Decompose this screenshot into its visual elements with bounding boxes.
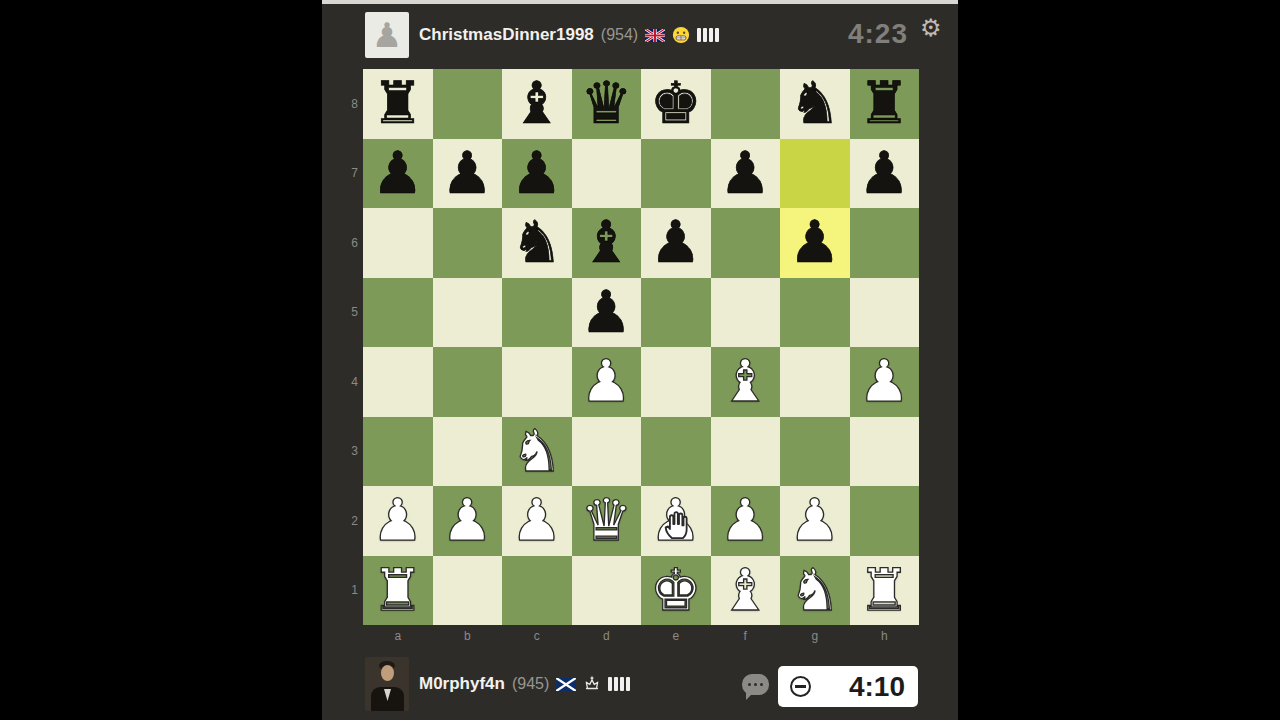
square-g6[interactable]: ♟ <box>780 208 850 278</box>
white-knight: ♞ <box>789 556 841 626</box>
app-screen: ♟ ChristmasDinner1998 (954) <box>0 0 1280 720</box>
square-f4[interactable]: ♝ <box>711 347 781 417</box>
black-king: ♚ <box>650 69 702 139</box>
square-h8[interactable]: ♜ <box>850 69 920 139</box>
black-knight: ♞ <box>789 69 841 139</box>
square-f6[interactable] <box>711 208 781 278</box>
white-knight: ♞ <box>511 417 563 487</box>
square-g4[interactable] <box>780 347 850 417</box>
square-d8[interactable]: ♛ <box>572 69 642 139</box>
square-g8[interactable]: ♞ <box>780 69 850 139</box>
square-e4[interactable] <box>641 347 711 417</box>
white-pawn: ♟ <box>580 347 632 417</box>
white-pawn: ♟ <box>511 486 563 556</box>
square-h7[interactable]: ♟ <box>850 139 920 209</box>
opponent-username: ChristmasDinner1998 <box>419 25 594 45</box>
square-d2[interactable]: ♛ <box>572 486 642 556</box>
file-label-h: h <box>850 629 920 643</box>
square-d6[interactable]: ♝ <box>572 208 642 278</box>
scotland-flag-icon <box>556 678 576 691</box>
player-avatar[interactable] <box>365 657 409 711</box>
black-pawn: ♟ <box>441 139 493 209</box>
square-e1[interactable]: ♚ <box>641 556 711 626</box>
uk-flag-icon <box>645 29 665 42</box>
square-b5[interactable] <box>433 278 503 348</box>
square-e2[interactable]: ♟ <box>641 486 711 556</box>
square-h6[interactable] <box>850 208 920 278</box>
square-d5[interactable]: ♟ <box>572 278 642 348</box>
square-h5[interactable] <box>850 278 920 348</box>
rank-label-7: 7 <box>340 139 358 209</box>
player-rating: (945) <box>512 675 549 693</box>
rank-label-4: 4 <box>340 347 358 417</box>
file-label-c: c <box>502 629 572 643</box>
square-g2[interactable]: ♟ <box>780 486 850 556</box>
rank-label-1: 1 <box>340 556 358 626</box>
black-pawn: ♟ <box>580 278 632 348</box>
square-g5[interactable] <box>780 278 850 348</box>
file-label-d: d <box>572 629 642 643</box>
player-username: M0rphyf4n <box>419 674 505 694</box>
white-pawn: ♟ <box>719 486 771 556</box>
player-info-bar[interactable]: M0rphyf4n (945) <box>365 657 630 711</box>
rank-label-6: 6 <box>340 208 358 278</box>
square-b4[interactable] <box>433 347 503 417</box>
rank-label-2: 2 <box>340 486 358 556</box>
square-e6[interactable]: ♟ <box>641 208 711 278</box>
square-f2[interactable]: ♟ <box>711 486 781 556</box>
white-pawn: ♟ <box>858 347 910 417</box>
square-h4[interactable]: ♟ <box>850 347 920 417</box>
square-b6[interactable] <box>433 208 503 278</box>
chess-board[interactable]: ♜♝♛♚♞♜♟♟♟♟♟♞♝♟♟♟♟♝♟♞♟♟♟♛♟♟♟♜♚♝♞♜ <box>363 69 919 625</box>
white-pawn: ♟ <box>789 486 841 556</box>
square-c2[interactable]: ♟ <box>502 486 572 556</box>
black-pawn: ♟ <box>719 139 771 209</box>
white-pawn: ♟ <box>372 486 424 556</box>
player-clock: 4:10 <box>778 666 918 707</box>
square-f8[interactable] <box>711 69 781 139</box>
square-b1[interactable] <box>433 556 503 626</box>
file-label-a: a <box>363 629 433 643</box>
opponent-connection-bars <box>697 28 719 42</box>
square-a8[interactable]: ♜ <box>363 69 433 139</box>
black-pawn: ♟ <box>511 139 563 209</box>
square-h2[interactable] <box>850 486 920 556</box>
game-panel: ♟ ChristmasDinner1998 (954) <box>322 0 958 720</box>
square-a6[interactable] <box>363 208 433 278</box>
square-b3[interactable] <box>433 417 503 487</box>
rank-label-3: 3 <box>340 417 358 487</box>
square-c4[interactable] <box>502 347 572 417</box>
square-h3[interactable] <box>850 417 920 487</box>
square-e3[interactable] <box>641 417 711 487</box>
rank-label-5: 5 <box>340 278 358 348</box>
black-pawn: ♟ <box>650 208 702 278</box>
file-label-f: f <box>711 629 781 643</box>
pawn-avatar-image: ♟ <box>372 18 402 52</box>
white-rook: ♜ <box>372 556 424 626</box>
square-g1[interactable]: ♞ <box>780 556 850 626</box>
black-pawn: ♟ <box>372 139 424 209</box>
top-edge-strip <box>322 0 958 4</box>
white-queen: ♛ <box>580 486 632 556</box>
square-a5[interactable] <box>363 278 433 348</box>
portrait-face <box>381 665 394 681</box>
black-bishop: ♝ <box>511 69 563 139</box>
grimacing-emoji-icon <box>672 26 690 44</box>
square-c1[interactable] <box>502 556 572 626</box>
square-f3[interactable] <box>711 417 781 487</box>
circle-minus-icon <box>790 676 811 697</box>
crown-badge-icon <box>583 675 601 693</box>
black-knight: ♞ <box>511 208 563 278</box>
opponent-info-bar[interactable]: ♟ ChristmasDinner1998 (954) <box>365 12 719 58</box>
square-g3[interactable] <box>780 417 850 487</box>
square-c7[interactable]: ♟ <box>502 139 572 209</box>
player-connection-bars <box>608 677 630 691</box>
black-bishop: ♝ <box>580 208 632 278</box>
square-c5[interactable] <box>502 278 572 348</box>
black-rook: ♜ <box>858 69 910 139</box>
square-c8[interactable]: ♝ <box>502 69 572 139</box>
square-d1[interactable] <box>572 556 642 626</box>
white-rook: ♜ <box>858 556 910 626</box>
black-pawn: ♟ <box>789 208 841 278</box>
opponent-avatar[interactable]: ♟ <box>365 12 409 58</box>
square-a3[interactable] <box>363 417 433 487</box>
square-b2[interactable]: ♟ <box>433 486 503 556</box>
white-bishop: ♝ <box>719 556 771 626</box>
white-bishop: ♝ <box>719 347 771 417</box>
opponent-rating: (954) <box>601 26 638 44</box>
square-c6[interactable]: ♞ <box>502 208 572 278</box>
square-d7[interactable] <box>572 139 642 209</box>
white-pawn: ♟ <box>441 486 493 556</box>
black-pawn: ♟ <box>858 139 910 209</box>
player-clock-time: 4:10 <box>811 671 918 703</box>
square-a2[interactable]: ♟ <box>363 486 433 556</box>
settings-gear-icon[interactable]: ⚙ <box>920 16 942 40</box>
square-b7[interactable]: ♟ <box>433 139 503 209</box>
white-pawn: ♟ <box>650 486 702 556</box>
rank-label-8: 8 <box>340 69 358 139</box>
square-f1[interactable]: ♝ <box>711 556 781 626</box>
square-g7[interactable] <box>780 139 850 209</box>
rank-labels: 87654321 <box>340 69 358 625</box>
white-king: ♚ <box>650 556 702 626</box>
square-c3[interactable]: ♞ <box>502 417 572 487</box>
file-label-b: b <box>433 629 503 643</box>
square-e7[interactable] <box>641 139 711 209</box>
square-d3[interactable] <box>572 417 642 487</box>
square-e5[interactable] <box>641 278 711 348</box>
square-a4[interactable] <box>363 347 433 417</box>
square-f7[interactable]: ♟ <box>711 139 781 209</box>
square-e8[interactable]: ♚ <box>641 69 711 139</box>
black-queen: ♛ <box>580 69 632 139</box>
square-a7[interactable]: ♟ <box>363 139 433 209</box>
opponent-clock: 4:23 <box>820 18 908 50</box>
black-rook: ♜ <box>372 69 424 139</box>
chat-bubble-icon[interactable] <box>742 674 769 695</box>
square-h1[interactable]: ♜ <box>850 556 920 626</box>
square-f5[interactable] <box>711 278 781 348</box>
square-d4[interactable]: ♟ <box>572 347 642 417</box>
square-b8[interactable] <box>433 69 503 139</box>
file-labels: abcdefgh <box>363 629 919 647</box>
file-label-e: e <box>641 629 711 643</box>
square-a1[interactable]: ♜ <box>363 556 433 626</box>
file-label-g: g <box>780 629 850 643</box>
